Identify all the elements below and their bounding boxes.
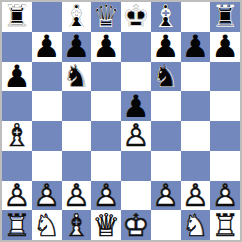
white-pawn-icon: ♟♙	[151, 181, 181, 211]
white-pawn-icon: ♟♙	[2, 181, 32, 211]
square-a7[interactable]	[2, 32, 32, 62]
square-f6[interactable]: ♞♘	[151, 62, 181, 92]
square-h7[interactable]: ♟	[210, 32, 240, 62]
square-e5[interactable]: ♟	[121, 91, 151, 121]
square-b2[interactable]: ♟♙	[32, 181, 62, 211]
square-c4[interactable]	[62, 121, 92, 151]
white-rook-icon: ♜♖	[210, 210, 240, 240]
square-g3[interactable]	[181, 151, 211, 181]
square-h2[interactable]: ♟♙	[210, 181, 240, 211]
square-g4[interactable]	[181, 121, 211, 151]
square-h3[interactable]	[210, 151, 240, 181]
square-e3[interactable]	[121, 151, 151, 181]
black-pawn-icon: ♟	[91, 32, 121, 62]
black-bishop-icon: ♝♗	[62, 2, 92, 32]
white-knight-icon: ♞♘	[32, 210, 62, 240]
square-b3[interactable]	[32, 151, 62, 181]
white-pawn-icon: ♟♙	[210, 181, 240, 211]
white-bishop-icon: ♝♗	[62, 210, 92, 240]
black-queen-icon: ♛♕	[91, 2, 121, 32]
white-pawn-icon: ♟♙	[32, 181, 62, 211]
square-d7[interactable]: ♟	[91, 32, 121, 62]
square-h5[interactable]	[210, 91, 240, 121]
square-g5[interactable]	[181, 91, 211, 121]
square-f2[interactable]: ♟♙	[151, 181, 181, 211]
chess-board: ♜♖♝♗♛♕♚♔♝♗♜♖♟♟♟♟♟♟♟♞♘♞♘♟♝♗♟♙♟♙♟♙♟♙♟♙♟♙♟♙…	[2, 2, 240, 240]
black-knight-icon: ♞♘	[62, 62, 92, 92]
square-h4[interactable]	[210, 121, 240, 151]
square-c2[interactable]: ♟♙	[62, 181, 92, 211]
square-b1[interactable]: ♞♘	[32, 210, 62, 240]
black-knight-icon: ♞♘	[151, 62, 181, 92]
square-a3[interactable]	[2, 151, 32, 181]
square-e4[interactable]: ♟♙	[121, 121, 151, 151]
square-f4[interactable]	[151, 121, 181, 151]
square-f1[interactable]	[151, 210, 181, 240]
square-b4[interactable]	[32, 121, 62, 151]
square-f3[interactable]	[151, 151, 181, 181]
square-f7[interactable]: ♟	[151, 32, 181, 62]
square-e2[interactable]	[121, 181, 151, 211]
square-d3[interactable]	[91, 151, 121, 181]
square-h1[interactable]: ♜♖	[210, 210, 240, 240]
white-rook-icon: ♜♖	[2, 210, 32, 240]
black-pawn-icon: ♟	[2, 62, 32, 92]
square-c7[interactable]: ♟	[62, 32, 92, 62]
square-g6[interactable]	[181, 62, 211, 92]
square-e6[interactable]	[121, 62, 151, 92]
square-f5[interactable]	[151, 91, 181, 121]
square-d6[interactable]	[91, 62, 121, 92]
square-h6[interactable]	[210, 62, 240, 92]
square-g7[interactable]: ♟	[181, 32, 211, 62]
square-a4[interactable]: ♝♗	[2, 121, 32, 151]
square-d8[interactable]: ♛♕	[91, 2, 121, 32]
black-bishop-icon: ♝♗	[151, 2, 181, 32]
square-a1[interactable]: ♜♖	[2, 210, 32, 240]
white-queen-icon: ♛♕	[91, 210, 121, 240]
black-rook-icon: ♜♖	[2, 2, 32, 32]
black-pawn-icon: ♟	[32, 32, 62, 62]
square-a2[interactable]: ♟♙	[2, 181, 32, 211]
square-e1[interactable]: ♚♔	[121, 210, 151, 240]
square-c6[interactable]: ♞♘	[62, 62, 92, 92]
square-f8[interactable]: ♝♗	[151, 2, 181, 32]
square-b6[interactable]	[32, 62, 62, 92]
black-king-icon: ♚♔	[121, 2, 151, 32]
white-pawn-icon: ♟♙	[91, 181, 121, 211]
white-pawn-icon: ♟♙	[181, 181, 211, 211]
square-e8[interactable]: ♚♔	[121, 2, 151, 32]
black-pawn-icon: ♟	[181, 32, 211, 62]
square-e7[interactable]	[121, 32, 151, 62]
square-d5[interactable]	[91, 91, 121, 121]
square-h8[interactable]: ♜♖	[210, 2, 240, 32]
white-bishop-icon: ♝♗	[2, 121, 32, 151]
square-a6[interactable]: ♟	[2, 62, 32, 92]
white-pawn-icon: ♟♙	[62, 181, 92, 211]
black-pawn-icon: ♟	[121, 91, 151, 121]
square-g1[interactable]: ♞♘	[181, 210, 211, 240]
black-pawn-icon: ♟	[151, 32, 181, 62]
white-king-icon: ♚♔	[121, 210, 151, 240]
black-pawn-icon: ♟	[62, 32, 92, 62]
square-c8[interactable]: ♝♗	[62, 2, 92, 32]
square-c3[interactable]	[62, 151, 92, 181]
square-g2[interactable]: ♟♙	[181, 181, 211, 211]
white-knight-icon: ♞♘	[181, 210, 211, 240]
square-d2[interactable]: ♟♙	[91, 181, 121, 211]
white-pawn-icon: ♟♙	[121, 121, 151, 151]
square-d4[interactable]	[91, 121, 121, 151]
board-frame: ♜♖♝♗♛♕♚♔♝♗♜♖♟♟♟♟♟♟♟♞♘♞♘♟♝♗♟♙♟♙♟♙♟♙♟♙♟♙♟♙…	[0, 0, 242, 242]
square-c1[interactable]: ♝♗	[62, 210, 92, 240]
square-d1[interactable]: ♛♕	[91, 210, 121, 240]
square-g8[interactable]	[181, 2, 211, 32]
square-c5[interactable]	[62, 91, 92, 121]
square-a8[interactable]: ♜♖	[2, 2, 32, 32]
square-a5[interactable]	[2, 91, 32, 121]
square-b5[interactable]	[32, 91, 62, 121]
black-rook-icon: ♜♖	[210, 2, 240, 32]
black-pawn-icon: ♟	[210, 32, 240, 62]
square-b7[interactable]: ♟	[32, 32, 62, 62]
square-b8[interactable]	[32, 2, 62, 32]
